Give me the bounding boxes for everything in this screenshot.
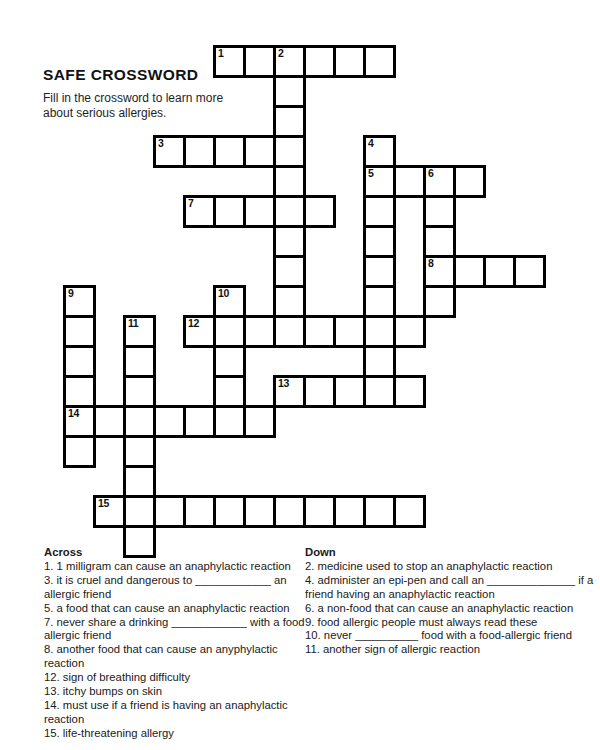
down-clues-list: 2. medicine used to stop an anaphylactic…	[305, 560, 597, 657]
grid-cell[interactable]	[363, 285, 396, 318]
grid-cell[interactable]	[63, 375, 96, 408]
grid-cell[interactable]	[213, 315, 246, 348]
clue-number: 4	[368, 137, 373, 149]
clue-number: 7	[188, 197, 193, 209]
grid-cell[interactable]	[303, 195, 336, 228]
clue-number: 8	[428, 257, 433, 269]
clue-number: 6	[428, 167, 433, 179]
grid-cell[interactable]	[243, 45, 276, 78]
grid-cell[interactable]	[123, 495, 156, 528]
grid-cell[interactable]	[423, 195, 456, 228]
worksheet-page: SAFE CROSSWORD Fill in the crossword to …	[0, 0, 600, 750]
grid-cell[interactable]: 7	[183, 195, 216, 228]
grid-cell[interactable]	[63, 345, 96, 378]
grid-cell[interactable]	[273, 495, 306, 528]
grid-cell[interactable]	[123, 465, 156, 498]
across-clue: 7. never share a drinking ____________ w…	[44, 616, 316, 644]
grid-cell[interactable]: 6	[423, 165, 456, 198]
grid-cell[interactable]: 12	[183, 315, 216, 348]
grid-cell[interactable]	[303, 495, 336, 528]
down-clue: 10. never __________ food with a food-al…	[305, 629, 597, 643]
clue-number: 3	[158, 137, 163, 149]
across-clue: 5. a food that can cause an anaphylactic…	[44, 602, 316, 616]
grid-cell[interactable]: 11	[123, 315, 156, 348]
down-clue: 11. another sign of allergic reaction	[305, 643, 597, 657]
grid-cell[interactable]	[213, 375, 246, 408]
grid-cell[interactable]	[63, 435, 96, 468]
grid-cell[interactable]	[213, 195, 246, 228]
grid-cell[interactable]	[183, 495, 216, 528]
grid-cell[interactable]	[183, 135, 216, 168]
down-clue: 2. medicine used to stop an anaphylactic…	[305, 560, 597, 574]
clue-number: 1	[218, 47, 223, 59]
clue-number: 2	[278, 47, 283, 59]
grid-cell[interactable]	[363, 45, 396, 78]
down-clues-section: Down 2. medicine used to stop an anaphyl…	[305, 546, 597, 657]
across-clue: 12. sign of breathing difficulty	[44, 671, 316, 685]
grid-cell[interactable]	[153, 405, 186, 438]
grid-cell[interactable]	[303, 375, 336, 408]
grid-cell[interactable]: 9	[63, 285, 96, 318]
grid-cell[interactable]: 4	[363, 135, 396, 168]
grid-cell[interactable]	[393, 315, 426, 348]
across-clue: 1. 1 milligram can cause an anaphylactic…	[44, 560, 316, 574]
down-clue: 6. a non-food that can cause an anaphyla…	[305, 602, 597, 616]
grid-cell[interactable]	[243, 495, 276, 528]
grid-cell[interactable]	[303, 45, 336, 78]
down-clue: 9. food allergic people must always read…	[305, 616, 597, 630]
grid-cell[interactable]	[363, 225, 396, 258]
grid-cell[interactable]	[213, 345, 246, 378]
down-heading: Down	[305, 546, 597, 560]
grid-cell[interactable]	[123, 345, 156, 378]
across-heading: Across	[44, 546, 316, 560]
grid-cell[interactable]: 1	[213, 45, 246, 78]
grid-cell[interactable]	[333, 45, 366, 78]
grid-cell[interactable]	[213, 135, 246, 168]
grid-cell[interactable]	[243, 405, 276, 438]
grid-cell[interactable]	[393, 495, 426, 528]
grid-cell[interactable]	[363, 315, 396, 348]
grid-cell[interactable]	[393, 165, 426, 198]
clue-number: 11	[128, 317, 138, 329]
clue-number: 12	[188, 317, 199, 329]
clue-number: 10	[218, 287, 229, 299]
crossword-grid: 123456789101112131415	[63, 45, 546, 558]
clue-number: 14	[68, 407, 79, 419]
grid-cell[interactable]	[273, 225, 306, 258]
grid-cell[interactable]: 10	[213, 285, 246, 318]
grid-cell[interactable]	[243, 315, 276, 348]
grid-cell[interactable]	[453, 165, 486, 198]
grid-cell[interactable]	[243, 135, 276, 168]
grid-cell[interactable]	[213, 495, 246, 528]
grid-cell[interactable]	[123, 375, 156, 408]
grid-cell[interactable]	[243, 195, 276, 228]
clue-number: 9	[68, 287, 73, 299]
across-clue: 8. another food that can cause an anyphy…	[44, 643, 316, 671]
grid-cell[interactable]	[363, 345, 396, 378]
grid-cell[interactable]	[213, 405, 246, 438]
clue-number: 5	[368, 167, 373, 179]
across-clues-list: 1. 1 milligram can cause an anaphylactic…	[44, 560, 316, 741]
grid-cell[interactable]	[333, 315, 366, 348]
grid-cell[interactable]	[363, 255, 396, 288]
grid-cell[interactable]	[273, 255, 306, 288]
grid-cell[interactable]	[183, 405, 216, 438]
grid-cell[interactable]	[363, 195, 396, 228]
grid-cell[interactable]	[273, 315, 306, 348]
grid-cell[interactable]: 13	[273, 375, 306, 408]
across-clue: 3. it is cruel and dangerous to ________…	[44, 574, 316, 602]
down-clue: 4. administer an epi-pen and call an ___…	[305, 574, 597, 602]
across-clue: 13. itchy bumps on skin	[44, 685, 316, 699]
across-clues-section: Across 1. 1 milligram can cause an anaph…	[44, 546, 316, 741]
grid-cell[interactable]	[273, 135, 306, 168]
grid-cell[interactable]: 14	[63, 405, 96, 438]
grid-cell[interactable]: 3	[153, 135, 186, 168]
grid-cell[interactable]	[273, 75, 306, 108]
grid-cell[interactable]	[273, 195, 306, 228]
grid-cell[interactable]	[483, 255, 516, 288]
grid-cell[interactable]	[63, 315, 96, 348]
grid-cell[interactable]	[333, 495, 366, 528]
grid-cell[interactable]	[363, 375, 396, 408]
grid-cell[interactable]	[303, 315, 336, 348]
grid-cell[interactable]: 8	[423, 255, 456, 288]
grid-cell[interactable]: 5	[363, 165, 396, 198]
grid-cell[interactable]	[333, 375, 366, 408]
grid-cell[interactable]	[153, 495, 186, 528]
grid-cell[interactable]	[393, 375, 426, 408]
grid-cell[interactable]	[423, 285, 456, 318]
grid-cell[interactable]	[123, 405, 156, 438]
clue-number: 13	[278, 377, 289, 389]
grid-cell[interactable]	[513, 255, 546, 288]
grid-cell[interactable]	[273, 165, 306, 198]
grid-cell[interactable]	[93, 405, 126, 438]
grid-cell[interactable]	[453, 255, 486, 288]
grid-cell[interactable]: 15	[93, 495, 126, 528]
clue-number: 15	[98, 497, 109, 509]
grid-cell[interactable]	[423, 225, 456, 258]
grid-cell[interactable]	[123, 435, 156, 468]
across-clue: 14. must use if a friend is having an an…	[44, 699, 316, 727]
grid-cell[interactable]	[273, 105, 306, 138]
across-clue: 15. life-threatening allergy	[44, 727, 316, 741]
grid-cell[interactable]	[273, 285, 306, 318]
grid-cell[interactable]	[363, 495, 396, 528]
grid-cell[interactable]: 2	[273, 45, 306, 78]
